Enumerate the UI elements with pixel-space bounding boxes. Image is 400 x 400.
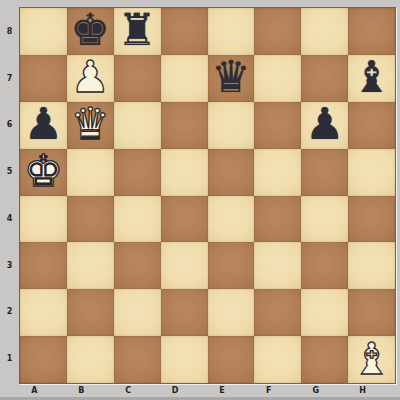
square-c4[interactable] xyxy=(114,196,161,243)
square-e6[interactable] xyxy=(208,102,255,149)
piece-white-bishop[interactable]: ♝ xyxy=(352,336,391,381)
square-d2[interactable] xyxy=(161,289,208,336)
square-h4[interactable] xyxy=(348,196,395,243)
file-label-d: D xyxy=(152,384,199,397)
piece-black-pawn[interactable]: ♟ xyxy=(24,102,63,147)
square-g8[interactable] xyxy=(301,8,348,55)
square-e4[interactable] xyxy=(208,196,255,243)
square-c1[interactable] xyxy=(114,336,161,383)
square-a8[interactable] xyxy=(20,8,67,55)
square-c3[interactable] xyxy=(114,242,161,289)
square-g1[interactable] xyxy=(301,336,348,383)
rank-label-4: 4 xyxy=(0,195,19,242)
square-g5[interactable] xyxy=(301,149,348,196)
file-label-g: G xyxy=(292,384,339,397)
square-c7[interactable] xyxy=(114,55,161,102)
chess-board: ♚♜♟♛♝♟♛♟♚♝ xyxy=(19,7,396,384)
square-a1[interactable] xyxy=(20,336,67,383)
square-d5[interactable] xyxy=(161,149,208,196)
file-label-a: A xyxy=(11,384,58,397)
file-label-f: F xyxy=(245,384,292,397)
square-f3[interactable] xyxy=(254,242,301,289)
piece-black-bishop[interactable]: ♝ xyxy=(352,55,391,100)
square-e3[interactable] xyxy=(208,242,255,289)
rank-label-7: 7 xyxy=(0,55,19,102)
chess-board-window: 87654321 ♚♜♟♛♝♟♛♟♚♝ ABCDEFGH xyxy=(0,0,400,400)
square-d3[interactable] xyxy=(161,242,208,289)
square-f1[interactable] xyxy=(254,336,301,383)
square-h5[interactable] xyxy=(348,149,395,196)
square-f8[interactable] xyxy=(254,8,301,55)
rank-label-1: 1 xyxy=(0,335,19,382)
square-a5[interactable]: ♚ xyxy=(20,149,67,196)
square-d8[interactable] xyxy=(161,8,208,55)
square-a4[interactable] xyxy=(20,196,67,243)
square-b6[interactable]: ♛ xyxy=(67,102,114,149)
piece-white-king[interactable]: ♚ xyxy=(24,149,63,194)
square-d6[interactable] xyxy=(161,102,208,149)
square-b4[interactable] xyxy=(67,196,114,243)
file-label-e: E xyxy=(199,384,246,397)
square-d7[interactable] xyxy=(161,55,208,102)
square-b5[interactable] xyxy=(67,149,114,196)
square-h8[interactable] xyxy=(348,8,395,55)
square-g3[interactable] xyxy=(301,242,348,289)
piece-black-queen[interactable]: ♛ xyxy=(211,55,250,100)
square-h2[interactable] xyxy=(348,289,395,336)
square-c6[interactable] xyxy=(114,102,161,149)
piece-black-rook[interactable]: ♜ xyxy=(117,8,156,53)
square-a3[interactable] xyxy=(20,242,67,289)
rank-label-8: 8 xyxy=(0,8,19,55)
square-g2[interactable] xyxy=(301,289,348,336)
square-a2[interactable] xyxy=(20,289,67,336)
square-e1[interactable] xyxy=(208,336,255,383)
square-h6[interactable] xyxy=(348,102,395,149)
square-a6[interactable]: ♟ xyxy=(20,102,67,149)
square-d4[interactable] xyxy=(161,196,208,243)
file-labels: ABCDEFGH xyxy=(20,384,395,397)
square-e7[interactable]: ♛ xyxy=(208,55,255,102)
square-c5[interactable] xyxy=(114,149,161,196)
square-c2[interactable] xyxy=(114,289,161,336)
piece-black-king[interactable]: ♚ xyxy=(71,8,110,53)
rank-label-6: 6 xyxy=(0,102,19,149)
rank-label-3: 3 xyxy=(0,242,19,289)
square-b1[interactable] xyxy=(67,336,114,383)
rank-label-5: 5 xyxy=(0,148,19,195)
square-f2[interactable] xyxy=(254,289,301,336)
square-f4[interactable] xyxy=(254,196,301,243)
square-e5[interactable] xyxy=(208,149,255,196)
square-f6[interactable] xyxy=(254,102,301,149)
rank-labels: 87654321 xyxy=(0,8,19,382)
square-b2[interactable] xyxy=(67,289,114,336)
square-d1[interactable] xyxy=(161,336,208,383)
file-label-c: C xyxy=(105,384,152,397)
square-a7[interactable] xyxy=(20,55,67,102)
square-b3[interactable] xyxy=(67,242,114,289)
square-g7[interactable] xyxy=(301,55,348,102)
square-f5[interactable] xyxy=(254,149,301,196)
square-h1[interactable]: ♝ xyxy=(348,336,395,383)
square-f7[interactable] xyxy=(254,55,301,102)
piece-black-pawn[interactable]: ♟ xyxy=(305,102,344,147)
square-h3[interactable] xyxy=(348,242,395,289)
square-b8[interactable]: ♚ xyxy=(67,8,114,55)
square-c8[interactable]: ♜ xyxy=(114,8,161,55)
square-g6[interactable]: ♟ xyxy=(301,102,348,149)
rank-label-2: 2 xyxy=(0,289,19,336)
square-e2[interactable] xyxy=(208,289,255,336)
square-g4[interactable] xyxy=(301,196,348,243)
file-label-b: B xyxy=(58,384,105,397)
piece-white-pawn[interactable]: ♟ xyxy=(71,55,110,100)
square-e8[interactable] xyxy=(208,8,255,55)
piece-white-queen[interactable]: ♛ xyxy=(71,102,110,147)
file-label-h: H xyxy=(339,384,386,397)
square-h7[interactable]: ♝ xyxy=(348,55,395,102)
square-b7[interactable]: ♟ xyxy=(67,55,114,102)
